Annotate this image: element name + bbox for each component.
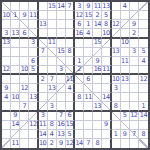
cell-r3c4[interactable] <box>29 20 38 29</box>
cell-r4c7[interactable] <box>57 29 66 38</box>
cell-r7c2[interactable] <box>11 57 20 66</box>
cell-r15c6[interactable]: 4 <box>48 130 57 139</box>
cell-r3c5[interactable]: 13 <box>39 20 48 29</box>
cell-r12c8[interactable] <box>66 102 75 111</box>
cell-r5c8[interactable] <box>66 39 75 48</box>
cell-r4c13[interactable] <box>112 29 121 38</box>
cell-r5c6[interactable]: 11 <box>48 39 57 48</box>
cell-r6c13[interactable]: 13 <box>112 48 121 57</box>
cell-r7c8[interactable] <box>66 57 75 66</box>
cell-r16c9[interactable]: 14 <box>75 139 84 148</box>
cell-r3c1[interactable] <box>2 20 11 29</box>
cell-r16c1[interactable] <box>2 139 11 148</box>
cell-r8c14[interactable] <box>121 66 130 75</box>
cell-r12c3[interactable]: 7 <box>20 102 29 111</box>
cell-r12c1[interactable] <box>2 102 11 111</box>
cell-r6c2[interactable] <box>11 48 20 57</box>
cell-r13c8[interactable]: 6 <box>66 112 75 121</box>
cell-r9c14[interactable]: 13 <box>121 75 130 84</box>
cell-r12c11[interactable]: 13 <box>93 102 102 111</box>
cell-r4c6[interactable] <box>48 29 57 38</box>
cell-r9c13[interactable]: 10 <box>112 75 121 84</box>
cell-r7c16[interactable]: 4 <box>139 57 148 66</box>
cell-r8c6[interactable] <box>48 66 57 75</box>
cell-r1c14[interactable]: 4 <box>121 2 130 11</box>
cell-r8c12[interactable]: 11 <box>102 66 111 75</box>
cell-r1c4[interactable] <box>29 2 38 11</box>
cell-r3c6[interactable] <box>48 20 57 29</box>
cell-r5c7[interactable] <box>57 39 66 48</box>
cell-r14c15[interactable] <box>130 121 139 130</box>
cell-r4c8[interactable] <box>66 29 75 38</box>
cell-r6c1[interactable] <box>2 48 11 57</box>
cell-r1c3[interactable] <box>20 2 29 11</box>
cell-r4c11[interactable] <box>93 29 102 38</box>
cell-r4c14[interactable] <box>121 29 130 38</box>
cell-r10c15[interactable] <box>130 84 139 93</box>
cell-r16c2[interactable]: 11 <box>11 139 20 148</box>
cell-r2c3[interactable]: 9 <box>20 11 29 20</box>
cell-r10c5[interactable] <box>39 84 48 93</box>
cell-r13c10[interactable] <box>84 112 93 121</box>
cell-r10c4[interactable] <box>29 84 38 93</box>
cell-r15c13[interactable]: 1 <box>112 130 121 139</box>
cell-r12c10[interactable] <box>84 102 93 111</box>
cell-r6c16[interactable]: 5 <box>139 48 148 57</box>
cell-r3c3[interactable] <box>20 20 29 29</box>
cell-r2c16[interactable] <box>139 11 148 20</box>
cell-r1c2[interactable] <box>11 2 20 11</box>
cell-r4c12[interactable]: 10 <box>102 29 111 38</box>
cell-r9c16[interactable]: 12 <box>139 75 148 84</box>
cell-r1c12[interactable]: 13 <box>102 2 111 11</box>
cell-r11c1[interactable]: 4 <box>2 93 11 102</box>
cell-r5c2[interactable] <box>11 39 20 48</box>
cell-r14c10[interactable] <box>84 121 93 130</box>
cell-r15c1[interactable] <box>2 130 11 139</box>
cell-r11c14[interactable] <box>121 93 130 102</box>
cell-r5c11[interactable]: 15 <box>93 39 102 48</box>
cell-r1c8[interactable]: 7 <box>66 2 75 11</box>
cell-r4c5[interactable] <box>39 29 48 38</box>
cell-r12c6[interactable]: 3 <box>48 102 57 111</box>
cell-r1c6[interactable]: 15 <box>48 2 57 11</box>
cell-r1c1[interactable] <box>2 2 11 11</box>
cell-r11c10[interactable]: 11 <box>84 93 93 102</box>
cell-r8c1[interactable]: 12 <box>2 66 11 75</box>
cell-r4c16[interactable] <box>139 29 148 38</box>
cell-r11c6[interactable] <box>48 93 57 102</box>
cell-r6c12[interactable] <box>102 48 111 57</box>
cell-r15c12[interactable] <box>102 130 111 139</box>
cell-r16c8[interactable]: 12 <box>66 139 75 148</box>
cell-r16c7[interactable]: 9 <box>57 139 66 148</box>
cell-r8c15[interactable] <box>130 66 139 75</box>
cell-r13c12[interactable] <box>102 112 111 121</box>
cell-r9c15[interactable] <box>130 75 139 84</box>
cell-r3c13[interactable]: 12 <box>112 20 121 29</box>
cell-r13c11[interactable] <box>93 112 102 121</box>
cell-r5c10[interactable] <box>84 39 93 48</box>
cell-r6c15[interactable]: 3 <box>130 48 139 57</box>
cell-r9c3[interactable] <box>20 75 29 84</box>
cell-r8c5[interactable] <box>39 66 48 75</box>
cell-r8c2[interactable] <box>11 66 20 75</box>
cell-r3c9[interactable]: 6 <box>75 20 84 29</box>
cell-r5c3[interactable] <box>20 39 29 48</box>
cell-r16c12[interactable] <box>102 139 111 148</box>
cell-r14c1[interactable] <box>2 121 11 130</box>
cell-r11c16[interactable] <box>139 93 148 102</box>
cell-r16c15[interactable] <box>130 139 139 148</box>
cell-r13c13[interactable] <box>112 112 121 121</box>
cell-r9c6[interactable]: 7 <box>48 75 57 84</box>
cell-r6c9[interactable] <box>75 48 84 57</box>
cell-r13c14[interactable]: 5 <box>121 112 130 121</box>
cell-r9c11[interactable] <box>93 75 102 84</box>
cell-r2c9[interactable]: 12 <box>75 11 84 20</box>
cell-r14c16[interactable] <box>139 121 148 130</box>
cell-r16c4[interactable] <box>29 139 38 148</box>
cell-r13c6[interactable] <box>48 112 57 121</box>
cell-r1c11[interactable]: 11 <box>93 2 102 11</box>
cell-r13c1[interactable] <box>2 112 11 121</box>
cell-r11c2[interactable]: 10 <box>11 93 20 102</box>
cell-r2c15[interactable] <box>130 11 139 20</box>
cell-r11c12[interactable]: 14 <box>102 93 111 102</box>
cell-r2c1[interactable]: 10 <box>2 11 11 20</box>
cell-r6c8[interactable]: 8 <box>66 48 75 57</box>
cell-r5c4[interactable]: 3 <box>29 39 38 48</box>
cell-r3c14[interactable] <box>121 20 130 29</box>
cell-r4c4[interactable] <box>29 29 38 38</box>
cell-r10c16[interactable] <box>139 84 148 93</box>
cell-r5c5[interactable] <box>39 39 48 48</box>
cell-r11c4[interactable]: 13 <box>29 93 38 102</box>
cell-r9c8[interactable]: 11 <box>66 75 75 84</box>
cell-r10c6[interactable]: 13 <box>48 84 57 93</box>
cell-r4c3[interactable]: 6 <box>20 29 29 38</box>
cell-r16c6[interactable]: 2 <box>48 139 57 148</box>
cell-r8c4[interactable]: 5 <box>29 66 38 75</box>
cell-r5c15[interactable] <box>130 39 139 48</box>
cell-r14c6[interactable]: 8 <box>48 121 57 130</box>
cell-r6c14[interactable] <box>121 48 130 57</box>
cell-r16c11[interactable]: 8 <box>93 139 102 148</box>
cell-r3c12[interactable]: 8 <box>102 20 111 29</box>
cell-r15c7[interactable]: 13 <box>57 130 66 139</box>
cell-r13c7[interactable]: 7 <box>57 112 66 121</box>
cell-r12c4[interactable] <box>29 102 38 111</box>
cell-r11c7[interactable] <box>57 93 66 102</box>
cell-r14c9[interactable] <box>75 121 84 130</box>
cell-r7c11[interactable]: 9 <box>93 57 102 66</box>
cell-r7c1[interactable] <box>2 57 11 66</box>
cell-r2c13[interactable] <box>112 11 121 20</box>
cell-r1c15[interactable] <box>130 2 139 11</box>
cell-r5c13[interactable] <box>112 39 121 48</box>
cell-r16c14[interactable] <box>121 139 130 148</box>
cell-r15c9[interactable] <box>75 130 84 139</box>
cell-r7c13[interactable] <box>112 57 121 66</box>
cell-r1c9[interactable]: 3 <box>75 2 84 11</box>
cell-r16c13[interactable] <box>112 139 121 148</box>
cell-r7c14[interactable]: 11 <box>121 57 130 66</box>
cell-r6c7[interactable]: 15 <box>57 48 66 57</box>
cell-r12c13[interactable]: 8 <box>112 102 121 111</box>
cell-r15c4[interactable] <box>29 130 38 139</box>
cell-r14c5[interactable]: 11 <box>39 121 48 130</box>
cell-r15c2[interactable] <box>11 130 20 139</box>
cell-r16c16[interactable] <box>139 139 148 148</box>
cell-r1c10[interactable]: 9 <box>84 2 93 11</box>
cell-r12c12[interactable] <box>102 102 111 111</box>
cell-r11c15[interactable] <box>130 93 139 102</box>
cell-r6c6[interactable] <box>48 48 57 57</box>
cell-r12c15[interactable] <box>130 102 139 111</box>
cell-r3c7[interactable] <box>57 20 66 29</box>
cell-r1c5[interactable] <box>39 2 48 11</box>
cell-r11c5[interactable] <box>39 93 48 102</box>
cell-r16c10[interactable]: 7 <box>84 139 93 148</box>
cell-r2c11[interactable]: 2 <box>93 11 102 20</box>
cell-r10c8[interactable]: 4 <box>66 84 75 93</box>
cell-r3c15[interactable]: 9 <box>130 20 139 29</box>
cell-r1c16[interactable] <box>139 2 148 11</box>
cell-r13c3[interactable] <box>20 112 29 121</box>
cell-r11c11[interactable] <box>93 93 102 102</box>
cell-r7c5[interactable] <box>39 57 48 66</box>
sudoku-board: 1514739111341019111215251361148129313616… <box>0 0 150 150</box>
cell-r5c1[interactable]: 13 <box>2 39 11 48</box>
cell-r13c15[interactable]: 12 <box>130 112 139 121</box>
cell-r15c14[interactable]: 9 <box>121 130 130 139</box>
cell-r12c9[interactable] <box>75 102 84 111</box>
cell-r14c13[interactable] <box>112 121 121 130</box>
cell-r15c16[interactable]: 8 <box>139 130 148 139</box>
cell-r2c4[interactable]: 11 <box>29 11 38 20</box>
cell-r10c12[interactable] <box>102 84 111 93</box>
cell-r5c9[interactable] <box>75 39 84 48</box>
cell-r14c14[interactable] <box>121 121 130 130</box>
cell-r4c2[interactable]: 13 <box>11 29 20 38</box>
cell-r11c3[interactable] <box>20 93 29 102</box>
cell-r12c16[interactable]: 1 <box>139 102 148 111</box>
cell-r2c5[interactable] <box>39 11 48 20</box>
cell-r7c15[interactable] <box>130 57 139 66</box>
cell-r14c4[interactable]: 12 <box>29 121 38 130</box>
cell-r1c7[interactable]: 14 <box>57 2 66 11</box>
cell-r8c8[interactable] <box>66 66 75 75</box>
cell-r13c9[interactable] <box>75 112 84 121</box>
cell-r3c10[interactable]: 1 <box>84 20 93 29</box>
cell-r3c8[interactable] <box>66 20 75 29</box>
cell-r12c7[interactable] <box>57 102 66 111</box>
cell-r4c9[interactable]: 16 <box>75 29 84 38</box>
cell-r16c5[interactable]: 10 <box>39 139 48 148</box>
cell-r2c8[interactable] <box>66 11 75 20</box>
cell-r4c15[interactable]: 2 <box>130 29 139 38</box>
cell-r3c11[interactable]: 14 <box>93 20 102 29</box>
cell-r2c2[interactable]: 1 <box>11 11 20 20</box>
cell-r6c3[interactable] <box>20 48 29 57</box>
cell-r15c10[interactable] <box>84 130 93 139</box>
cell-r11c13[interactable] <box>112 93 121 102</box>
cell-r2c14[interactable] <box>121 11 130 20</box>
cell-r13c16[interactable]: 14 <box>139 112 148 121</box>
cell-r9c9[interactable] <box>75 75 84 84</box>
cell-r6c10[interactable] <box>84 48 93 57</box>
cell-r9c7[interactable] <box>57 75 66 84</box>
cell-r9c5[interactable]: 2 <box>39 75 48 84</box>
cell-r11c9[interactable]: 8 <box>75 93 84 102</box>
cell-r6c5[interactable]: 7 <box>39 48 48 57</box>
cell-r14c8[interactable]: 15 <box>66 121 75 130</box>
cell-r12c5[interactable] <box>39 102 48 111</box>
cell-r8c10[interactable] <box>84 66 93 75</box>
cell-r8c16[interactable] <box>139 66 148 75</box>
cell-r8c11[interactable]: 16 <box>93 66 102 75</box>
cell-r13c5[interactable]: 3 <box>39 112 48 121</box>
cell-r8c9[interactable]: 2 <box>75 66 84 75</box>
cell-r7c12[interactable] <box>102 57 111 66</box>
cell-r6c4[interactable] <box>29 48 38 57</box>
cell-r10c13[interactable]: 3 <box>112 84 121 93</box>
cell-r12c14[interactable] <box>121 102 130 111</box>
cell-r16c3[interactable] <box>20 139 29 148</box>
cell-r9c2[interactable] <box>11 75 20 84</box>
cell-r10c9[interactable] <box>75 84 84 93</box>
cell-r7c10[interactable] <box>84 57 93 66</box>
cell-r12c2[interactable] <box>11 102 20 111</box>
cell-r11c8[interactable] <box>66 93 75 102</box>
cell-r15c8[interactable]: 5 <box>66 130 75 139</box>
cell-r10c3[interactable]: 12 <box>20 84 29 93</box>
cell-r4c1[interactable]: 3 <box>2 29 11 38</box>
cell-r15c5[interactable]: 14 <box>39 130 48 139</box>
cell-r8c7[interactable]: 3 <box>57 66 66 75</box>
cell-r14c2[interactable]: 14 <box>11 121 20 130</box>
cell-r2c7[interactable] <box>57 11 66 20</box>
cell-r5c16[interactable] <box>139 39 148 48</box>
cell-r3c2[interactable] <box>11 20 20 29</box>
cell-r9c1[interactable] <box>2 75 11 84</box>
cell-r10c7[interactable] <box>57 84 66 93</box>
cell-r13c4[interactable] <box>29 112 38 121</box>
cell-r15c11[interactable] <box>93 130 102 139</box>
cell-r13c2[interactable]: 9 <box>11 112 20 121</box>
cell-r8c3[interactable]: 10 <box>20 66 29 75</box>
cell-r7c3[interactable] <box>20 57 29 66</box>
cell-r3c16[interactable] <box>139 20 148 29</box>
cell-r14c12[interactable]: 9 <box>102 121 111 130</box>
cell-r10c10[interactable] <box>84 84 93 93</box>
cell-r5c12[interactable] <box>102 39 111 48</box>
cell-r9c12[interactable] <box>102 75 111 84</box>
cell-r5c14[interactable]: 10 <box>121 39 130 48</box>
cell-r7c9[interactable]: 1 <box>75 57 84 66</box>
cell-r6c11[interactable] <box>93 48 102 57</box>
cell-r7c4[interactable]: 6 <box>29 57 38 66</box>
cell-r4c10[interactable]: 4 <box>84 29 93 38</box>
cell-r10c14[interactable] <box>121 84 130 93</box>
cell-r14c3[interactable] <box>20 121 29 130</box>
cell-r10c11[interactable] <box>93 84 102 93</box>
cell-r2c6[interactable] <box>48 11 57 20</box>
cell-r15c15[interactable]: 7 <box>130 130 139 139</box>
cell-r7c7[interactable] <box>57 57 66 66</box>
cell-r15c3[interactable] <box>20 130 29 139</box>
cell-r2c12[interactable]: 5 <box>102 11 111 20</box>
cell-r8c13[interactable] <box>112 66 121 75</box>
cell-r14c11[interactable] <box>93 121 102 130</box>
cell-r14c7[interactable]: 16 <box>57 121 66 130</box>
cell-r10c2[interactable] <box>11 84 20 93</box>
cell-r9c10[interactable]: 6 <box>84 75 93 84</box>
cell-r1c13[interactable] <box>112 2 121 11</box>
cell-r10c1[interactable]: 9 <box>2 84 11 93</box>
cell-r7c6[interactable] <box>48 57 57 66</box>
cell-r2c10[interactable]: 15 <box>84 11 93 20</box>
cell-r9c4[interactable] <box>29 75 38 84</box>
